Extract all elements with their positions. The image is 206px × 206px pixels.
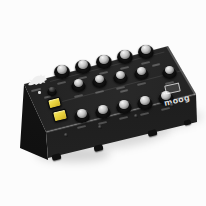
small-knob	[47, 87, 57, 96]
knob	[95, 105, 111, 119]
knob	[96, 55, 112, 69]
knob	[74, 109, 90, 123]
knob	[75, 60, 91, 74]
screw	[170, 103, 174, 107]
product-photo: moog	[0, 0, 206, 206]
led-indicator	[38, 91, 41, 94]
screw	[98, 125, 102, 129]
knob	[138, 45, 154, 59]
knob	[92, 75, 107, 88]
knob	[54, 65, 70, 79]
screw	[134, 114, 138, 118]
knob	[113, 71, 128, 84]
knob	[116, 100, 132, 114]
knob	[117, 50, 133, 64]
screw	[64, 133, 68, 137]
knob	[71, 79, 86, 92]
knob	[134, 67, 149, 80]
knob	[137, 96, 153, 110]
volume-knob	[162, 66, 177, 79]
rubber-foot	[184, 119, 192, 125]
